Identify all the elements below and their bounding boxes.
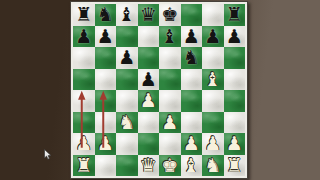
square-f4	[181, 90, 203, 112]
square-f7: ♟	[181, 26, 203, 48]
square-c1	[116, 155, 138, 177]
square-f5	[181, 69, 203, 91]
piece-white-pawn: ♟	[204, 134, 221, 153]
square-f1: ♝	[181, 155, 203, 177]
square-c7	[116, 26, 138, 48]
square-h4	[224, 90, 246, 112]
square-g7: ♟	[202, 26, 224, 48]
square-e1: ♚	[159, 155, 181, 177]
square-e7: ♝	[159, 26, 181, 48]
square-a7: ♟	[73, 26, 95, 48]
piece-white-pawn: ♟	[97, 134, 114, 153]
chess-board: ♜♞♝♛♚♜♟♟♝♟♟♟♟♞♟♝♟♞♟♟♟♟♟♟♜♛♚♝♞♜	[73, 4, 245, 176]
square-c5	[116, 69, 138, 91]
piece-black-knight: ♞	[183, 48, 200, 67]
square-g3	[202, 112, 224, 134]
square-b7: ♟	[95, 26, 117, 48]
square-c6: ♟	[116, 47, 138, 69]
square-b5	[95, 69, 117, 91]
piece-black-king: ♚	[161, 5, 178, 24]
square-b6	[95, 47, 117, 69]
square-c3: ♞	[116, 112, 138, 134]
piece-black-pawn: ♟	[204, 26, 221, 45]
square-h5	[224, 69, 246, 91]
square-g2: ♟	[202, 133, 224, 155]
mouse-cursor-icon	[44, 149, 52, 160]
piece-white-rook: ♜	[75, 155, 92, 174]
square-h7: ♟	[224, 26, 246, 48]
square-e8: ♚	[159, 4, 181, 26]
square-g4	[202, 90, 224, 112]
piece-white-pawn: ♟	[183, 134, 200, 153]
piece-white-knight: ♞	[204, 155, 221, 174]
square-h1: ♜	[224, 155, 246, 177]
piece-black-pawn: ♟	[183, 26, 200, 45]
square-d5: ♟	[138, 69, 160, 91]
piece-black-rook: ♜	[226, 5, 243, 24]
square-c8: ♝	[116, 4, 138, 26]
square-d4: ♟	[138, 90, 160, 112]
piece-white-queen: ♛	[140, 155, 157, 174]
square-e2	[159, 133, 181, 155]
piece-black-queen: ♛	[140, 5, 157, 24]
piece-white-pawn: ♟	[161, 112, 178, 131]
square-f8	[181, 4, 203, 26]
square-g1: ♞	[202, 155, 224, 177]
square-b3	[95, 112, 117, 134]
piece-black-pawn: ♟	[97, 26, 114, 45]
square-a8: ♜	[73, 4, 95, 26]
piece-white-pawn: ♟	[226, 134, 243, 153]
piece-black-pawn: ♟	[75, 26, 92, 45]
piece-white-pawn: ♟	[140, 91, 157, 110]
piece-black-knight: ♞	[97, 5, 114, 24]
square-a3	[73, 112, 95, 134]
square-e4	[159, 90, 181, 112]
square-e6	[159, 47, 181, 69]
square-f2: ♟	[181, 133, 203, 155]
square-b1	[95, 155, 117, 177]
piece-black-bishop: ♝	[161, 26, 178, 45]
square-d7	[138, 26, 160, 48]
piece-white-bishop: ♝	[183, 155, 200, 174]
piece-black-rook: ♜	[75, 5, 92, 24]
piece-black-pawn: ♟	[226, 26, 243, 45]
piece-white-knight: ♞	[118, 112, 135, 131]
square-f6: ♞	[181, 47, 203, 69]
chess-board-frame: ♜♞♝♛♚♜♟♟♝♟♟♟♟♞♟♝♟♞♟♟♟♟♟♟♜♛♚♝♞♜	[70, 1, 248, 179]
piece-black-pawn: ♟	[118, 48, 135, 67]
square-h6	[224, 47, 246, 69]
square-b2: ♟	[95, 133, 117, 155]
piece-white-bishop: ♝	[204, 69, 221, 88]
square-a6	[73, 47, 95, 69]
square-h8: ♜	[224, 4, 246, 26]
piece-black-pawn: ♟	[140, 69, 157, 88]
square-e5	[159, 69, 181, 91]
video-frame: ♜♞♝♛♚♜♟♟♝♟♟♟♟♞♟♝♟♞♟♟♟♟♟♟♜♛♚♝♞♜	[0, 0, 320, 180]
square-d8: ♛	[138, 4, 160, 26]
square-e3: ♟	[159, 112, 181, 134]
square-d1: ♛	[138, 155, 160, 177]
square-d6	[138, 47, 160, 69]
piece-white-king: ♚	[161, 155, 178, 174]
square-a5	[73, 69, 95, 91]
square-h2: ♟	[224, 133, 246, 155]
square-c4	[116, 90, 138, 112]
piece-white-rook: ♜	[226, 155, 243, 174]
square-g8	[202, 4, 224, 26]
square-a2: ♟	[73, 133, 95, 155]
square-a4	[73, 90, 95, 112]
square-g5: ♝	[202, 69, 224, 91]
piece-white-pawn: ♟	[75, 134, 92, 153]
square-f3	[181, 112, 203, 134]
piece-black-bishop: ♝	[118, 5, 135, 24]
square-b8: ♞	[95, 4, 117, 26]
square-a1: ♜	[73, 155, 95, 177]
square-h3	[224, 112, 246, 134]
square-g6	[202, 47, 224, 69]
square-d2	[138, 133, 160, 155]
square-b4	[95, 90, 117, 112]
square-d3	[138, 112, 160, 134]
square-c2	[116, 133, 138, 155]
